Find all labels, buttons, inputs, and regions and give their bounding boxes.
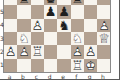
rank-label-5: 5 — [0, 9, 4, 15]
file-label-d: d — [43, 73, 56, 80]
piece-white-queen: ♕ — [97, 32, 110, 45]
piece-white-pawn: ♙ — [84, 45, 97, 58]
square-a4[interactable] — [4, 19, 17, 32]
square-c2[interactable]: ♜♖ — [31, 45, 44, 58]
square-f5[interactable] — [71, 5, 84, 18]
piece-black-pawn: ♟ — [44, 5, 57, 18]
square-e4[interactable]: ♞ — [57, 19, 70, 32]
piece-white-pawn: ♙ — [97, 19, 110, 32]
square-b3[interactable]: ♞♘ — [17, 32, 30, 45]
square-a5[interactable] — [4, 5, 17, 18]
square-a1[interactable] — [4, 59, 17, 72]
piece-black-pawn: ♟ — [57, 5, 70, 18]
square-h3[interactable]: ♛♕ — [97, 32, 110, 45]
square-e3[interactable] — [57, 32, 70, 45]
square-b5[interactable] — [17, 5, 30, 18]
piece-white-pawn-fill: ♟ — [84, 45, 97, 58]
square-d2[interactable] — [44, 45, 57, 58]
piece-white-pawn: ♙ — [71, 45, 84, 58]
square-d3[interactable] — [44, 32, 57, 45]
piece-white-king: ♔ — [84, 59, 97, 72]
rank-label-3: 3 — [0, 36, 4, 42]
file-label-b: b — [16, 73, 29, 80]
square-b4[interactable] — [17, 19, 30, 32]
piece-white-pawn-fill: ♟ — [4, 45, 17, 58]
rank-label-2: 2 — [0, 49, 4, 55]
square-g4[interactable] — [84, 19, 97, 32]
piece-white-rook-fill: ♜ — [71, 59, 84, 72]
square-g5[interactable] — [84, 5, 97, 18]
square-g1[interactable]: ♚♔ — [84, 59, 97, 72]
file-label-a: a — [3, 73, 16, 80]
square-e5[interactable]: ♟ — [57, 5, 70, 18]
square-f4[interactable] — [71, 19, 84, 32]
file-label-g: g — [83, 73, 96, 80]
square-a3[interactable] — [4, 32, 17, 45]
rank-label-4: 4 — [0, 22, 4, 28]
square-f3[interactable]: ♞♘ — [71, 32, 84, 45]
file-label-f: f — [70, 73, 83, 80]
piece-white-pawn-fill: ♟ — [71, 45, 84, 58]
square-a2[interactable]: ♟♙ — [4, 45, 17, 58]
rank-label-1: 1 — [0, 62, 4, 68]
chess-diagram: ♜♚♜♟♟♟♙♞♟♙♞♘♞♘♛♕♟♙♟♙♜♖♟♙♟♙♜♖♚♔ abcdefgh … — [0, 0, 120, 80]
file-labels: abcdefgh — [3, 73, 111, 80]
square-h2[interactable] — [97, 45, 110, 58]
piece-white-knight-fill: ♞ — [17, 32, 30, 45]
square-c4[interactable]: ♟♙ — [31, 19, 44, 32]
file-label-h: h — [96, 73, 109, 80]
piece-white-king-fill: ♚ — [84, 59, 97, 72]
piece-white-pawn-fill: ♟ — [97, 19, 110, 32]
piece-white-knight: ♘ — [71, 32, 84, 45]
square-b2[interactable]: ♟♙ — [17, 45, 30, 58]
board: ♜♚♜♟♟♟♙♞♟♙♞♘♞♘♛♕♟♙♟♙♜♖♟♙♟♙♜♖♚♔ — [4, 0, 111, 72]
board-frame: ♜♚♜♟♟♟♙♞♟♙♞♘♞♘♛♕♟♙♟♙♜♖♟♙♟♙♜♖♚♔ — [3, 0, 111, 73]
square-h1[interactable] — [97, 59, 110, 72]
square-f2[interactable]: ♟♙ — [71, 45, 84, 58]
square-g3[interactable] — [84, 32, 97, 45]
file-label-e: e — [56, 73, 69, 80]
file-label-c: c — [30, 73, 43, 80]
piece-white-pawn: ♙ — [17, 45, 30, 58]
square-h4[interactable]: ♟♙ — [97, 19, 110, 32]
square-c1[interactable] — [31, 59, 44, 72]
piece-white-pawn: ♙ — [4, 45, 17, 58]
piece-white-knight: ♘ — [17, 32, 30, 45]
piece-white-queen-fill: ♛ — [97, 32, 110, 45]
square-c3[interactable] — [31, 32, 44, 45]
piece-white-knight-fill: ♞ — [71, 32, 84, 45]
piece-white-rook-fill: ♜ — [31, 45, 44, 58]
piece-white-pawn-fill: ♟ — [17, 45, 30, 58]
square-c5[interactable] — [31, 5, 44, 18]
piece-black-knight: ♞ — [57, 19, 70, 32]
square-e2[interactable] — [57, 45, 70, 58]
piece-white-pawn-fill: ♟ — [31, 19, 44, 32]
square-h5[interactable] — [97, 5, 110, 18]
piece-white-rook: ♖ — [31, 45, 44, 58]
square-b1[interactable] — [17, 59, 30, 72]
square-g2[interactable]: ♟♙ — [84, 45, 97, 58]
piece-white-rook: ♖ — [71, 59, 84, 72]
square-f1[interactable]: ♜♖ — [71, 59, 84, 72]
square-e1[interactable] — [57, 59, 70, 72]
square-d5[interactable]: ♟ — [44, 5, 57, 18]
square-d4[interactable] — [44, 19, 57, 32]
piece-white-pawn: ♙ — [31, 19, 44, 32]
square-d1[interactable] — [44, 59, 57, 72]
